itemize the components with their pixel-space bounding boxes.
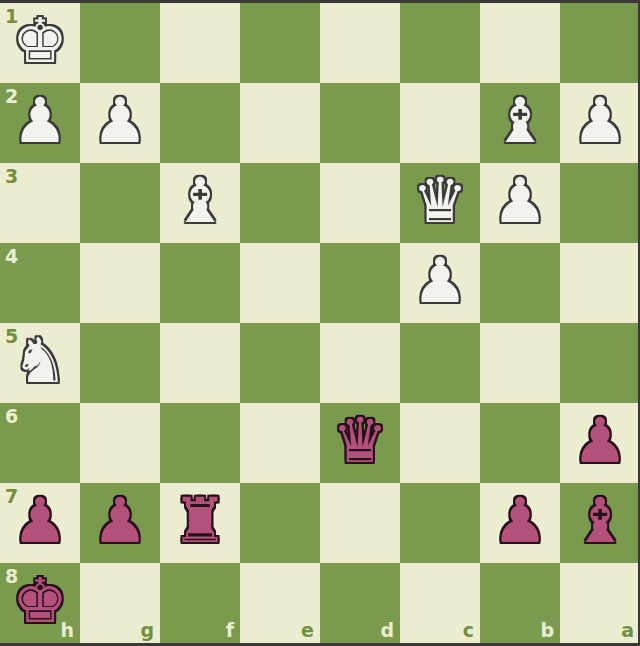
rank-label-6: 6 [5,407,18,426]
square-b6[interactable] [480,403,560,483]
white-bishop[interactable]: ♝ [492,90,548,152]
black-pawn[interactable]: ♟ [492,490,548,552]
square-d8[interactable]: d [320,563,400,643]
square-f8[interactable]: f [160,563,240,643]
white-pawn[interactable]: ♟ [412,250,468,312]
white-pawn[interactable]: ♟ [12,90,68,152]
square-d6[interactable]: ♛ [320,403,400,483]
square-c1[interactable] [400,3,480,83]
square-b1[interactable] [480,3,560,83]
white-pawn[interactable]: ♟ [492,170,548,232]
square-a8[interactable]: a [560,563,640,643]
square-c4[interactable]: ♟ [400,243,480,323]
square-g1[interactable] [80,3,160,83]
file-label-g: g [140,621,154,640]
square-a6[interactable]: ♟ [560,403,640,483]
square-c2[interactable] [400,83,480,163]
square-h2[interactable]: 2♟ [0,83,80,163]
square-g2[interactable]: ♟ [80,83,160,163]
rank-label-3: 3 [5,167,18,186]
white-pawn[interactable]: ♟ [572,90,628,152]
square-a5[interactable] [560,323,640,403]
square-g8[interactable]: g [80,563,160,643]
square-f2[interactable] [160,83,240,163]
square-g6[interactable] [80,403,160,483]
square-a1[interactable] [560,3,640,83]
black-pawn[interactable]: ♟ [572,410,628,472]
file-label-c: c [463,621,474,640]
white-pawn[interactable]: ♟ [92,90,148,152]
square-d5[interactable] [320,323,400,403]
square-c8[interactable]: c [400,563,480,643]
square-h3[interactable]: 3 [0,163,80,243]
square-h6[interactable]: 6 [0,403,80,483]
square-c5[interactable] [400,323,480,403]
square-h4[interactable]: 4 [0,243,80,323]
square-b2[interactable]: ♝ [480,83,560,163]
square-e1[interactable] [240,3,320,83]
white-king[interactable]: ♚ [12,10,68,72]
square-h8[interactable]: 8h♚ [0,563,80,643]
square-d3[interactable] [320,163,400,243]
black-king[interactable]: ♚ [12,570,68,632]
square-b8[interactable]: b [480,563,560,643]
square-c6[interactable] [400,403,480,483]
file-label-a: a [621,621,634,640]
square-g3[interactable] [80,163,160,243]
square-e8[interactable]: e [240,563,320,643]
square-a3[interactable] [560,163,640,243]
square-b5[interactable] [480,323,560,403]
black-pawn[interactable]: ♟ [92,490,148,552]
square-g4[interactable] [80,243,160,323]
board-frame: 1♚2♟♟♝♟3♝♛♟4♟5♞6♛♟7♟♟♜♟♝8h♚gfedcba [0,0,640,646]
file-label-f: f [226,621,234,640]
square-e3[interactable] [240,163,320,243]
rank-label-4: 4 [5,247,18,266]
square-g5[interactable] [80,323,160,403]
black-queen[interactable]: ♛ [332,410,388,472]
square-e2[interactable] [240,83,320,163]
square-b3[interactable]: ♟ [480,163,560,243]
square-f4[interactable] [160,243,240,323]
chess-board: 1♚2♟♟♝♟3♝♛♟4♟5♞6♛♟7♟♟♜♟♝8h♚gfedcba [0,3,640,643]
black-pawn[interactable]: ♟ [12,490,68,552]
square-f1[interactable] [160,3,240,83]
square-b7[interactable]: ♟ [480,483,560,563]
square-d7[interactable] [320,483,400,563]
square-d1[interactable] [320,3,400,83]
file-label-b: b [540,621,554,640]
white-bishop[interactable]: ♝ [172,170,228,232]
square-h1[interactable]: 1♚ [0,3,80,83]
white-queen[interactable]: ♛ [412,170,468,232]
white-knight[interactable]: ♞ [12,330,68,392]
square-d2[interactable] [320,83,400,163]
square-h5[interactable]: 5♞ [0,323,80,403]
square-a4[interactable] [560,243,640,323]
square-c7[interactable] [400,483,480,563]
square-f5[interactable] [160,323,240,403]
file-label-e: e [301,621,314,640]
square-f6[interactable] [160,403,240,483]
square-e5[interactable] [240,323,320,403]
square-e4[interactable] [240,243,320,323]
square-f7[interactable]: ♜ [160,483,240,563]
file-label-d: d [380,621,394,640]
square-f3[interactable]: ♝ [160,163,240,243]
square-h7[interactable]: 7♟ [0,483,80,563]
black-rook[interactable]: ♜ [172,490,228,552]
square-e6[interactable] [240,403,320,483]
square-d4[interactable] [320,243,400,323]
square-a7[interactable]: ♝ [560,483,640,563]
square-c3[interactable]: ♛ [400,163,480,243]
square-g7[interactable]: ♟ [80,483,160,563]
black-bishop[interactable]: ♝ [572,490,628,552]
square-e7[interactable] [240,483,320,563]
square-b4[interactable] [480,243,560,323]
square-a2[interactable]: ♟ [560,83,640,163]
